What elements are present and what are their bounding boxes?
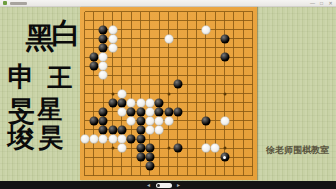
white-stone bbox=[145, 107, 154, 116]
calligraphy-char: 王 bbox=[48, 65, 73, 90]
white-stone bbox=[99, 53, 108, 62]
white-stone bbox=[80, 135, 89, 144]
white-stone bbox=[155, 116, 164, 125]
black-stone bbox=[89, 62, 98, 71]
close-button[interactable]: ✕ bbox=[327, 0, 334, 6]
white-stone bbox=[145, 116, 154, 125]
black-stone bbox=[173, 144, 182, 153]
black-stone bbox=[136, 116, 145, 125]
black-stone bbox=[136, 107, 145, 116]
grid-line-vertical bbox=[243, 12, 244, 176]
maximize-button[interactable]: □ bbox=[318, 0, 325, 6]
step-forward-icon[interactable]: ▸ bbox=[177, 181, 180, 189]
calligraphy-char: 昊 bbox=[39, 125, 64, 150]
black-stone bbox=[220, 53, 229, 62]
black-stone bbox=[99, 107, 108, 116]
white-stone bbox=[127, 98, 136, 107]
grid-line-vertical bbox=[233, 12, 234, 176]
white-stone bbox=[89, 135, 98, 144]
star-point bbox=[167, 147, 170, 150]
white-stone bbox=[99, 135, 108, 144]
black-stone bbox=[145, 144, 154, 153]
black-stone bbox=[145, 162, 154, 171]
white-stone bbox=[127, 116, 136, 125]
playback-toggle-knob bbox=[157, 184, 160, 187]
calligraphy-char: 旻 bbox=[8, 97, 35, 124]
white-stone bbox=[117, 135, 126, 144]
white-stone bbox=[136, 98, 145, 107]
white-stone bbox=[108, 43, 117, 52]
black-stone bbox=[108, 125, 117, 134]
white-stone bbox=[117, 107, 126, 116]
star-point bbox=[223, 147, 226, 150]
black-stone bbox=[173, 107, 182, 116]
title-bar: — □ ✕ bbox=[0, 0, 336, 7]
black-stone bbox=[155, 107, 164, 116]
white-stone bbox=[117, 89, 126, 98]
white-stone bbox=[164, 34, 173, 43]
watermark-text: 徐老师围棋教室 bbox=[266, 144, 336, 157]
white-stone bbox=[145, 98, 154, 107]
black-stone bbox=[99, 34, 108, 43]
black-stone bbox=[164, 107, 173, 116]
white-stone bbox=[164, 116, 173, 125]
calligraphy-char: 星 bbox=[38, 97, 63, 122]
grid-line-vertical bbox=[196, 12, 197, 176]
black-stone bbox=[99, 116, 108, 125]
grid-line-horizontal bbox=[85, 166, 253, 167]
calligraphy-char: 白 bbox=[52, 19, 81, 48]
black-stone bbox=[220, 153, 229, 162]
black-stone bbox=[117, 125, 126, 134]
white-stone bbox=[201, 25, 210, 34]
black-stone bbox=[136, 135, 145, 144]
black-stone bbox=[145, 153, 154, 162]
black-stone bbox=[99, 125, 108, 134]
window-title bbox=[10, 2, 27, 5]
black-stone bbox=[136, 153, 145, 162]
grid-line-horizontal bbox=[85, 175, 253, 176]
black-stone bbox=[173, 80, 182, 89]
black-stone bbox=[201, 116, 210, 125]
white-stone bbox=[108, 135, 117, 144]
step-back-icon[interactable]: ◂ bbox=[147, 181, 150, 189]
white-stone bbox=[145, 125, 154, 134]
app-window: — □ ✕ 黑白申王旻星埈昊 徐老师围棋教室 ◂ ▸ bbox=[0, 0, 336, 189]
white-stone bbox=[99, 62, 108, 71]
black-stone bbox=[136, 125, 145, 134]
go-board[interactable] bbox=[80, 7, 257, 180]
black-stone bbox=[220, 34, 229, 43]
white-stone bbox=[155, 125, 164, 134]
black-stone bbox=[89, 116, 98, 125]
black-stone bbox=[155, 98, 164, 107]
black-stone bbox=[89, 53, 98, 62]
white-stone bbox=[108, 34, 117, 43]
white-stone bbox=[220, 116, 229, 125]
playback-toggle[interactable] bbox=[156, 183, 172, 188]
white-stone bbox=[99, 71, 108, 80]
black-stone bbox=[108, 98, 117, 107]
white-stone bbox=[108, 25, 117, 34]
white-stone bbox=[117, 144, 126, 153]
last-move-marker bbox=[223, 156, 226, 159]
calligraphy-char: 黑 bbox=[26, 24, 55, 53]
calligraphy-char: 申 bbox=[8, 63, 35, 90]
calligraphy-char: 埈 bbox=[8, 124, 35, 151]
black-stone bbox=[127, 107, 136, 116]
star-point bbox=[223, 92, 226, 95]
black-stone bbox=[117, 98, 126, 107]
star-point bbox=[111, 92, 114, 95]
black-stone bbox=[99, 43, 108, 52]
white-stone bbox=[201, 144, 210, 153]
star-point bbox=[111, 147, 114, 150]
black-stone bbox=[127, 135, 136, 144]
grid-line-vertical bbox=[252, 12, 253, 176]
black-stone bbox=[136, 144, 145, 153]
star-point bbox=[167, 92, 170, 95]
grid-line-vertical bbox=[187, 12, 188, 176]
app-icon bbox=[3, 1, 7, 5]
white-stone bbox=[211, 144, 220, 153]
bottom-control-bar: ◂ ▸ bbox=[0, 181, 336, 189]
minimize-button[interactable]: — bbox=[309, 0, 316, 6]
black-stone bbox=[99, 25, 108, 34]
